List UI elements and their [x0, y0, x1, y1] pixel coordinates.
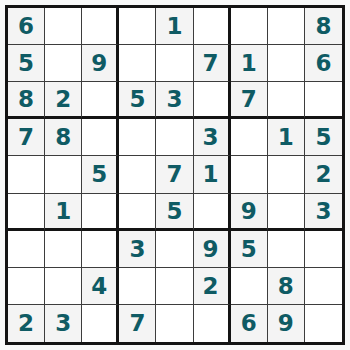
cell-r9c9[interactable] — [305, 305, 342, 342]
cell-r5c9: 2 — [305, 156, 342, 193]
cell-r8c1[interactable] — [8, 268, 45, 305]
cell-r3c7: 7 — [231, 82, 268, 119]
cell-r6c2: 1 — [45, 194, 82, 231]
sudoku-page: 6185971682537783155712159339542823769 — [0, 0, 350, 350]
cell-r5c2[interactable] — [45, 156, 82, 193]
cell-r5c5: 7 — [156, 156, 193, 193]
cell-r4c4[interactable] — [119, 119, 156, 156]
cell-r5c1[interactable] — [8, 156, 45, 193]
cell-r8c3: 4 — [82, 268, 119, 305]
cell-r7c6: 9 — [194, 231, 231, 268]
cell-r2c8[interactable] — [268, 45, 305, 82]
cell-r4c9: 5 — [305, 119, 342, 156]
cell-r9c4: 7 — [119, 305, 156, 342]
cell-r1c2[interactable] — [45, 8, 82, 45]
cell-r1c7[interactable] — [231, 8, 268, 45]
cell-r9c3[interactable] — [82, 305, 119, 342]
cell-r3c5: 3 — [156, 82, 193, 119]
cell-r5c3: 5 — [82, 156, 119, 193]
cell-r6c1[interactable] — [8, 194, 45, 231]
cell-r6c4[interactable] — [119, 194, 156, 231]
cell-r4c8: 1 — [268, 119, 305, 156]
cell-r3c2: 2 — [45, 82, 82, 119]
cell-r1c8[interactable] — [268, 8, 305, 45]
cell-r6c3[interactable] — [82, 194, 119, 231]
cell-r4c7[interactable] — [231, 119, 268, 156]
cell-r7c9[interactable] — [305, 231, 342, 268]
cell-r2c2[interactable] — [45, 45, 82, 82]
cell-r1c6[interactable] — [194, 8, 231, 45]
cell-r8c6: 2 — [194, 268, 231, 305]
cell-r4c6: 3 — [194, 119, 231, 156]
cell-r4c3[interactable] — [82, 119, 119, 156]
cell-r2c6: 7 — [194, 45, 231, 82]
cell-r3c9[interactable] — [305, 82, 342, 119]
cell-r4c5[interactable] — [156, 119, 193, 156]
cell-r9c5[interactable] — [156, 305, 193, 342]
cell-r6c8[interactable] — [268, 194, 305, 231]
cell-r1c9: 8 — [305, 8, 342, 45]
cell-r7c4: 3 — [119, 231, 156, 268]
cell-r7c7: 5 — [231, 231, 268, 268]
cell-r2c1: 5 — [8, 45, 45, 82]
cell-r1c4[interactable] — [119, 8, 156, 45]
cell-r3c1: 8 — [8, 82, 45, 119]
cell-r5c6: 1 — [194, 156, 231, 193]
sudoku-board: 6185971682537783155712159339542823769 — [5, 5, 345, 345]
cell-r2c7: 1 — [231, 45, 268, 82]
cell-r8c7[interactable] — [231, 268, 268, 305]
cell-r5c8[interactable] — [268, 156, 305, 193]
cell-r5c4[interactable] — [119, 156, 156, 193]
cell-r6c5: 5 — [156, 194, 193, 231]
cell-r7c2[interactable] — [45, 231, 82, 268]
cell-r2c9: 6 — [305, 45, 342, 82]
cell-r2c3: 9 — [82, 45, 119, 82]
cell-r1c5: 1 — [156, 8, 193, 45]
cell-r8c5[interactable] — [156, 268, 193, 305]
cell-r8c8: 8 — [268, 268, 305, 305]
cell-r3c8[interactable] — [268, 82, 305, 119]
cell-r9c8: 9 — [268, 305, 305, 342]
cell-r8c4[interactable] — [119, 268, 156, 305]
cell-r6c6[interactable] — [194, 194, 231, 231]
cell-r7c8[interactable] — [268, 231, 305, 268]
cell-r9c7: 6 — [231, 305, 268, 342]
cell-r8c9[interactable] — [305, 268, 342, 305]
cell-r2c4[interactable] — [119, 45, 156, 82]
cell-r2c5[interactable] — [156, 45, 193, 82]
cell-r9c2: 3 — [45, 305, 82, 342]
cell-r5c7[interactable] — [231, 156, 268, 193]
cell-r4c1: 7 — [8, 119, 45, 156]
cell-r1c1: 6 — [8, 8, 45, 45]
cell-r8c2[interactable] — [45, 268, 82, 305]
cell-r6c9: 3 — [305, 194, 342, 231]
cell-r7c3[interactable] — [82, 231, 119, 268]
cell-r9c1: 2 — [8, 305, 45, 342]
cell-r3c4: 5 — [119, 82, 156, 119]
cell-r7c1[interactable] — [8, 231, 45, 268]
cell-r3c3[interactable] — [82, 82, 119, 119]
cell-r4c2: 8 — [45, 119, 82, 156]
cell-r3c6[interactable] — [194, 82, 231, 119]
cell-r9c6[interactable] — [194, 305, 231, 342]
cell-r6c7: 9 — [231, 194, 268, 231]
cell-r1c3[interactable] — [82, 8, 119, 45]
cell-r7c5[interactable] — [156, 231, 193, 268]
